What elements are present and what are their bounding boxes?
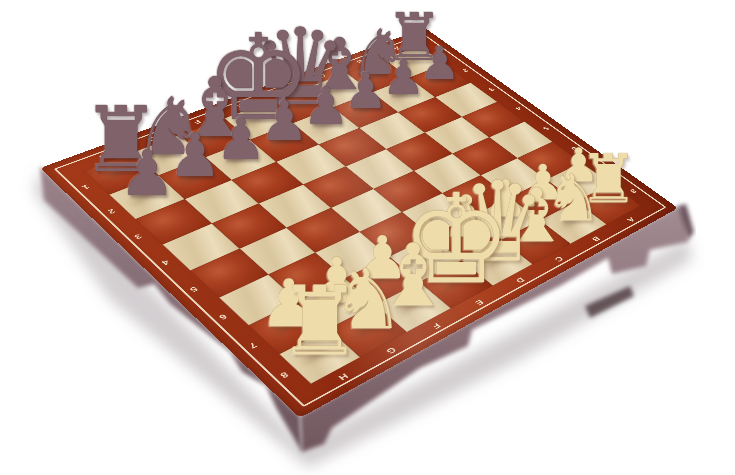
chess-set-photo: AABBCCDDEEFFGGHH1122334455667788 ♜♞♝♛♚♝♞…: [0, 0, 735, 475]
